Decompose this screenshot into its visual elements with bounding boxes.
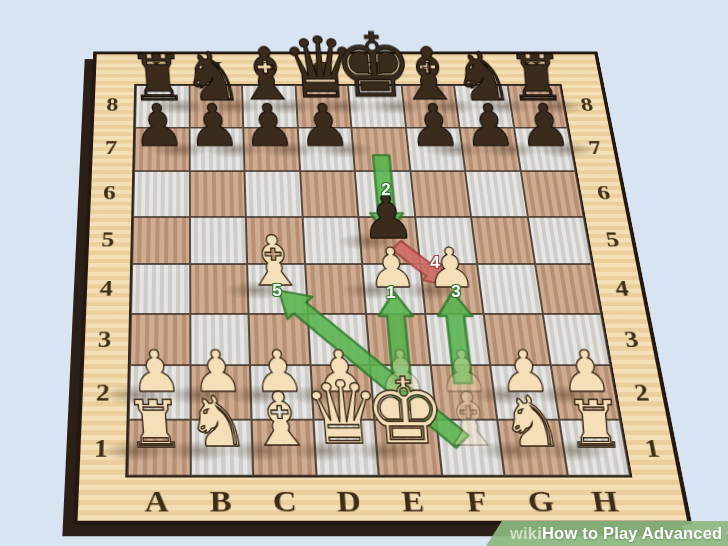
board-3d-perspective: AABBCCDDEEFFGGHH1122334455667788♜♞♝♛♚♝♞♜… [62, 0, 662, 542]
board-plane: AABBCCDDEEFFGGHH1122334455667788♜♞♝♛♚♝♞♜… [73, 52, 693, 525]
watermark-title: How to Play Advanced Chess [542, 524, 728, 543]
ghost-piece-white-bishop-f1[interactable]: ♝ [411, 348, 524, 456]
piece-white-bishop-c4[interactable]: ♝ [220, 194, 325, 295]
piece-white-rook-h1[interactable]: ♜ [537, 348, 650, 456]
piece-black-pawn-d7[interactable]: ♟ [273, 59, 372, 154]
board-3d-skew: AABBCCDDEEFFGGHH1122334455667788♜♞♝♛♚♝♞♜… [62, 0, 662, 542]
watermark-bar: wikiHow to Play Advanced Chess [486, 521, 728, 546]
watermark-wiki: wiki [510, 524, 542, 543]
illustration-scene: AABBCCDDEEFFGGHH1122334455667788♜♞♝♛♚♝♞♜… [0, 0, 728, 546]
piece-white-pawn-f4[interactable]: ♟ [396, 194, 501, 295]
piece-black-pawn-h7[interactable]: ♟ [494, 59, 593, 154]
